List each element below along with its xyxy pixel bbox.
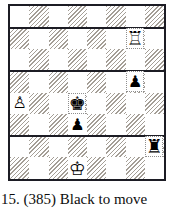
square-c8 <box>49 6 68 28</box>
square-d8 <box>68 6 87 28</box>
square-h7 <box>145 28 164 50</box>
square-a6 <box>10 49 29 71</box>
square-h4 <box>145 93 164 115</box>
square-e2 <box>87 136 106 158</box>
square-d7 <box>68 28 87 50</box>
white-pawn-a4: ♙ <box>12 95 26 111</box>
square-g4 <box>126 93 145 115</box>
square-c6 <box>49 49 68 71</box>
black-pawn-d3: ♟ <box>70 117 84 133</box>
square-f4 <box>106 93 125 115</box>
square-h8 <box>145 6 164 28</box>
white-king-d1: ♔ <box>69 159 86 178</box>
square-e5 <box>87 71 106 93</box>
chess-diagram-page: ♖♟♙♚♟♜♔ 15. (385) Black to move <box>0 0 174 217</box>
square-f6 <box>106 49 125 71</box>
square-b2 <box>29 136 48 158</box>
square-f7 <box>106 28 125 50</box>
square-a7 <box>10 28 29 50</box>
black-pawn-g5: ♟ <box>126 71 144 92</box>
square-b5 <box>29 71 48 93</box>
square-a8 <box>10 6 29 28</box>
square-d3: ♟ <box>68 114 87 136</box>
square-d5 <box>68 71 87 93</box>
square-c1 <box>49 157 68 179</box>
square-d4: ♚ <box>68 93 87 115</box>
white-rook-g7: ♖ <box>126 28 144 49</box>
chess-board: ♖♟♙♚♟♜♔ <box>8 4 166 181</box>
square-h3 <box>145 114 164 136</box>
square-b3 <box>29 114 48 136</box>
square-e8 <box>87 6 106 28</box>
square-b1 <box>29 157 48 179</box>
square-a1 <box>10 157 29 179</box>
square-g8 <box>126 6 145 28</box>
square-g3 <box>126 114 145 136</box>
square-c2 <box>49 136 68 158</box>
square-e3 <box>87 114 106 136</box>
square-d2 <box>68 136 87 158</box>
square-b7 <box>29 28 48 50</box>
square-a3 <box>10 114 29 136</box>
square-c3 <box>49 114 68 136</box>
square-f2 <box>106 136 125 158</box>
square-e4 <box>87 93 106 115</box>
square-h2: ♜ <box>145 136 164 158</box>
square-f8 <box>106 6 125 28</box>
square-g2 <box>126 136 145 158</box>
square-h6 <box>145 49 164 71</box>
square-c7 <box>49 28 68 50</box>
square-b4 <box>29 93 48 115</box>
square-d6 <box>68 49 87 71</box>
black-rook-h2: ♜ <box>145 136 163 157</box>
square-a2 <box>10 136 29 158</box>
square-c4 <box>49 93 68 115</box>
square-b6 <box>29 49 48 71</box>
square-f1 <box>106 157 125 179</box>
square-g6 <box>126 49 145 71</box>
square-e7 <box>87 28 106 50</box>
square-a4: ♙ <box>10 93 29 115</box>
square-f3 <box>106 114 125 136</box>
black-king-d4: ♚ <box>68 93 86 114</box>
square-h1 <box>145 157 164 179</box>
square-e6 <box>87 49 106 71</box>
square-e1 <box>87 157 106 179</box>
square-b8 <box>29 6 48 28</box>
square-h5 <box>145 71 164 93</box>
square-f5 <box>106 71 125 93</box>
square-g7: ♖ <box>126 28 145 50</box>
square-g1 <box>126 157 145 179</box>
square-a5 <box>10 71 29 93</box>
diagram-caption: 15. (385) Black to move <box>1 191 173 208</box>
square-c5 <box>49 71 68 93</box>
square-g5: ♟ <box>126 71 145 93</box>
square-d1: ♔ <box>68 157 87 179</box>
